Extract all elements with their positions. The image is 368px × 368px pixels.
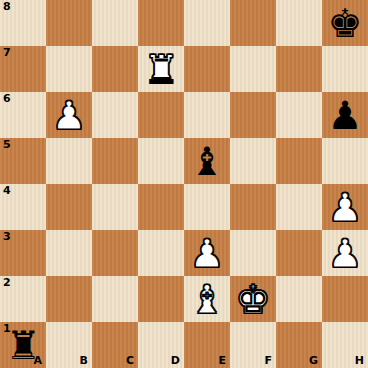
square-d2[interactable] — [138, 276, 184, 322]
square-h3[interactable]: ♟ — [322, 230, 368, 276]
white-king-f2[interactable]: ♚ — [230, 276, 276, 322]
square-a7[interactable]: 7 — [0, 46, 46, 92]
white-pawn-h4[interactable]: ♟ — [322, 184, 368, 230]
white-pawn-e3[interactable]: ♟ — [184, 230, 230, 276]
file-label-D: D — [171, 355, 180, 367]
square-c5[interactable] — [92, 138, 138, 184]
square-c6[interactable] — [92, 92, 138, 138]
square-h8[interactable]: ♚ — [322, 0, 368, 46]
black-pawn-h6[interactable]: ♟ — [322, 92, 368, 138]
square-g5[interactable] — [276, 138, 322, 184]
square-e4[interactable] — [184, 184, 230, 230]
square-d6[interactable] — [138, 92, 184, 138]
square-g6[interactable] — [276, 92, 322, 138]
rank-label-5: 5 — [3, 139, 11, 151]
square-g1[interactable]: G — [276, 322, 322, 368]
chess-board: 8♚7♜6♟♟5♝4♟3♟♟2♝♚1A♜BCDEFGH — [0, 0, 368, 368]
rank-label-8: 8 — [3, 1, 11, 13]
square-f2[interactable]: ♚ — [230, 276, 276, 322]
file-label-B: B — [80, 355, 88, 367]
file-label-E: E — [218, 355, 226, 367]
rank-label-2: 2 — [3, 277, 11, 289]
square-h2[interactable] — [322, 276, 368, 322]
square-h5[interactable] — [322, 138, 368, 184]
square-a4[interactable]: 4 — [0, 184, 46, 230]
square-e6[interactable] — [184, 92, 230, 138]
file-label-C: C — [126, 355, 134, 367]
square-g2[interactable] — [276, 276, 322, 322]
square-b5[interactable] — [46, 138, 92, 184]
square-f6[interactable] — [230, 92, 276, 138]
rank-label-3: 3 — [3, 231, 11, 243]
square-c2[interactable] — [92, 276, 138, 322]
square-f4[interactable] — [230, 184, 276, 230]
square-h4[interactable]: ♟ — [322, 184, 368, 230]
square-e1[interactable]: E — [184, 322, 230, 368]
square-b3[interactable] — [46, 230, 92, 276]
rank-label-6: 6 — [3, 93, 11, 105]
square-d7[interactable]: ♜ — [138, 46, 184, 92]
square-b4[interactable] — [46, 184, 92, 230]
square-g3[interactable] — [276, 230, 322, 276]
square-d5[interactable] — [138, 138, 184, 184]
square-c1[interactable]: C — [92, 322, 138, 368]
square-a1[interactable]: 1A♜ — [0, 322, 46, 368]
square-c7[interactable] — [92, 46, 138, 92]
square-f8[interactable] — [230, 0, 276, 46]
rank-label-1: 1 — [3, 323, 11, 335]
rank-label-4: 4 — [3, 185, 11, 197]
square-h6[interactable]: ♟ — [322, 92, 368, 138]
square-a8[interactable]: 8 — [0, 0, 46, 46]
square-c3[interactable] — [92, 230, 138, 276]
rank-label-7: 7 — [3, 47, 11, 59]
square-h1[interactable]: H — [322, 322, 368, 368]
square-g4[interactable] — [276, 184, 322, 230]
white-bishop-e2[interactable]: ♝ — [184, 276, 230, 322]
file-label-H: H — [355, 355, 364, 367]
square-d1[interactable]: D — [138, 322, 184, 368]
white-rook-d7[interactable]: ♜ — [138, 46, 184, 92]
square-b2[interactable] — [46, 276, 92, 322]
square-e7[interactable] — [184, 46, 230, 92]
file-label-G: G — [309, 355, 318, 367]
square-e8[interactable] — [184, 0, 230, 46]
square-a3[interactable]: 3 — [0, 230, 46, 276]
white-pawn-h3[interactable]: ♟ — [322, 230, 368, 276]
square-d3[interactable] — [138, 230, 184, 276]
black-bishop-e5[interactable]: ♝ — [184, 138, 230, 184]
square-d8[interactable] — [138, 0, 184, 46]
square-a2[interactable]: 2 — [0, 276, 46, 322]
square-f3[interactable] — [230, 230, 276, 276]
square-a6[interactable]: 6 — [0, 92, 46, 138]
square-b8[interactable] — [46, 0, 92, 46]
file-label-F: F — [264, 355, 272, 367]
square-b1[interactable]: B — [46, 322, 92, 368]
square-h7[interactable] — [322, 46, 368, 92]
black-king-h8[interactable]: ♚ — [322, 0, 368, 46]
square-c4[interactable] — [92, 184, 138, 230]
square-g8[interactable] — [276, 0, 322, 46]
square-a5[interactable]: 5 — [0, 138, 46, 184]
square-f7[interactable] — [230, 46, 276, 92]
square-e3[interactable]: ♟ — [184, 230, 230, 276]
file-label-A: A — [33, 355, 42, 367]
square-g7[interactable] — [276, 46, 322, 92]
square-b7[interactable] — [46, 46, 92, 92]
square-d4[interactable] — [138, 184, 184, 230]
square-e5[interactable]: ♝ — [184, 138, 230, 184]
square-f1[interactable]: F — [230, 322, 276, 368]
square-f5[interactable] — [230, 138, 276, 184]
white-pawn-b6[interactable]: ♟ — [46, 92, 92, 138]
square-b6[interactable]: ♟ — [46, 92, 92, 138]
square-e2[interactable]: ♝ — [184, 276, 230, 322]
square-c8[interactable] — [92, 0, 138, 46]
